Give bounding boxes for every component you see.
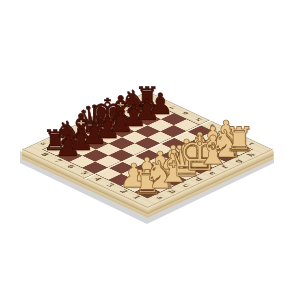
piece-white-rook-h1[interactable]: ♜	[217, 123, 261, 157]
chess-set-photo: aabbccddeeffgghh8877665544332211 ♜♞♝♛♚♝♞…	[0, 0, 300, 300]
piece-black-pawn-h7[interactable]: ♟	[138, 90, 182, 119]
pieces-layer: ♜♞♝♛♚♝♞♜♟♟♟♟♟♟♟♟♟♟♟♟♟♟♟♟♜♞♝♛♚♝♞♜	[0, 0, 300, 300]
